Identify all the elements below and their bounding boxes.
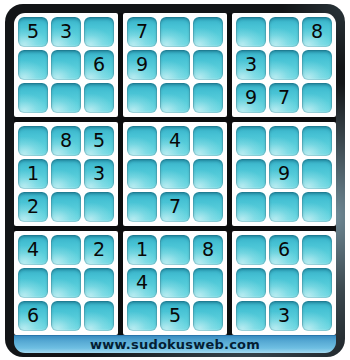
cell-r6c3[interactable] — [84, 192, 114, 222]
cell-r6c1[interactable]: 2 — [18, 192, 48, 222]
cell-r6c7[interactable] — [236, 192, 266, 222]
cell-r2c8[interactable] — [269, 50, 299, 80]
cell-r3c2[interactable] — [51, 83, 81, 113]
page: 53679839785132479426184563 www.sudokuswe… — [0, 0, 350, 360]
cell-r6c4[interactable] — [127, 192, 157, 222]
cell-r8c5[interactable] — [160, 268, 190, 298]
cell-r7c9[interactable] — [302, 235, 332, 265]
cell-r9c2[interactable] — [51, 301, 81, 331]
cell-r1c9[interactable]: 8 — [302, 17, 332, 47]
cell-r3c9[interactable] — [302, 83, 332, 113]
box-2-1: 85132 — [14, 122, 118, 226]
cell-r8c4[interactable]: 4 — [127, 268, 157, 298]
footer-url-link[interactable]: www.sudokusweb.com — [90, 337, 260, 352]
cell-r9c4[interactable] — [127, 301, 157, 331]
cell-r6c6[interactable] — [193, 192, 223, 222]
cell-r5c6[interactable] — [193, 159, 223, 189]
cell-r2c2[interactable] — [51, 50, 81, 80]
given-digit: 1 — [136, 240, 148, 259]
cell-r7c8[interactable]: 6 — [269, 235, 299, 265]
cell-r1c7[interactable] — [236, 17, 266, 47]
cell-r9c5[interactable]: 5 — [160, 301, 190, 331]
cell-r9c9[interactable] — [302, 301, 332, 331]
cell-r8c1[interactable] — [18, 268, 48, 298]
cell-r4c1[interactable] — [18, 126, 48, 156]
cell-r1c2[interactable]: 3 — [51, 17, 81, 47]
cell-r8c7[interactable] — [236, 268, 266, 298]
cell-r2c5[interactable] — [160, 50, 190, 80]
cell-r3c1[interactable] — [18, 83, 48, 113]
cell-r4c6[interactable] — [193, 126, 223, 156]
cell-r7c6[interactable]: 8 — [193, 235, 223, 265]
cell-r1c4[interactable]: 7 — [127, 17, 157, 47]
cell-r5c8[interactable]: 9 — [269, 159, 299, 189]
given-digit: 2 — [27, 197, 39, 216]
cell-r8c9[interactable] — [302, 268, 332, 298]
given-digit: 3 — [93, 164, 105, 183]
cell-r5c3[interactable]: 3 — [84, 159, 114, 189]
cell-r2c7[interactable]: 3 — [236, 50, 266, 80]
cell-r9c8[interactable]: 3 — [269, 301, 299, 331]
box-3-2: 1845 — [123, 231, 227, 335]
cell-r4c5[interactable]: 4 — [160, 126, 190, 156]
cell-r7c3[interactable]: 2 — [84, 235, 114, 265]
cell-r6c9[interactable] — [302, 192, 332, 222]
cell-r9c7[interactable] — [236, 301, 266, 331]
board-grid: 53679839785132479426184563 — [14, 13, 336, 335]
cell-r7c5[interactable] — [160, 235, 190, 265]
given-digit: 6 — [278, 240, 290, 259]
cell-r6c5[interactable]: 7 — [160, 192, 190, 222]
given-digit: 9 — [245, 88, 257, 107]
box-2-2: 47 — [123, 122, 227, 226]
given-digit: 3 — [60, 22, 72, 41]
cell-r1c1[interactable]: 5 — [18, 17, 48, 47]
cell-r4c8[interactable] — [269, 126, 299, 156]
cell-r4c4[interactable] — [127, 126, 157, 156]
footer-bar: www.sudokusweb.com — [14, 335, 336, 353]
cell-r4c9[interactable] — [302, 126, 332, 156]
cell-r2c3[interactable]: 6 — [84, 50, 114, 80]
box-1-1: 536 — [14, 13, 118, 117]
cell-r2c9[interactable] — [302, 50, 332, 80]
cell-r5c9[interactable] — [302, 159, 332, 189]
cell-r5c7[interactable] — [236, 159, 266, 189]
cell-r8c3[interactable] — [84, 268, 114, 298]
cell-r3c7[interactable]: 9 — [236, 83, 266, 113]
cell-r1c8[interactable] — [269, 17, 299, 47]
cell-r1c5[interactable] — [160, 17, 190, 47]
given-digit: 2 — [93, 240, 105, 259]
cell-r1c6[interactable] — [193, 17, 223, 47]
box-1-3: 8397 — [232, 13, 336, 117]
given-digit: 4 — [136, 273, 148, 292]
cell-r3c3[interactable] — [84, 83, 114, 113]
given-digit: 3 — [278, 306, 290, 325]
cell-r5c2[interactable] — [51, 159, 81, 189]
given-digit: 5 — [93, 131, 105, 150]
cell-r4c3[interactable]: 5 — [84, 126, 114, 156]
cell-r7c4[interactable]: 1 — [127, 235, 157, 265]
cell-r3c5[interactable] — [160, 83, 190, 113]
cell-r9c1[interactable]: 6 — [18, 301, 48, 331]
given-digit: 7 — [278, 88, 290, 107]
cell-r3c8[interactable]: 7 — [269, 83, 299, 113]
cell-r6c2[interactable] — [51, 192, 81, 222]
given-digit: 7 — [136, 22, 148, 41]
given-digit: 9 — [278, 164, 290, 183]
cell-r4c7[interactable] — [236, 126, 266, 156]
cell-r6c8[interactable] — [269, 192, 299, 222]
cell-r7c7[interactable] — [236, 235, 266, 265]
sudoku-board: 53679839785132479426184563 www.sudokuswe… — [14, 13, 336, 353]
cell-r2c6[interactable] — [193, 50, 223, 80]
cell-r8c6[interactable] — [193, 268, 223, 298]
cell-r8c8[interactable] — [269, 268, 299, 298]
cell-r4c2[interactable]: 8 — [51, 126, 81, 156]
given-digit: 4 — [169, 131, 181, 150]
given-digit: 4 — [27, 240, 39, 259]
given-digit: 3 — [245, 55, 257, 74]
cell-r3c6[interactable] — [193, 83, 223, 113]
given-digit: 9 — [136, 55, 148, 74]
cell-r7c2[interactable] — [51, 235, 81, 265]
given-digit: 5 — [27, 22, 39, 41]
cell-r8c2[interactable] — [51, 268, 81, 298]
given-digit: 5 — [169, 306, 181, 325]
given-digit: 8 — [311, 22, 323, 41]
given-digit: 8 — [202, 240, 214, 259]
box-2-3: 9 — [232, 122, 336, 226]
cell-r1c3[interactable] — [84, 17, 114, 47]
box-3-1: 426 — [14, 231, 118, 335]
cell-r9c6[interactable] — [193, 301, 223, 331]
cell-r5c4[interactable] — [127, 159, 157, 189]
given-digit: 6 — [27, 306, 39, 325]
box-1-2: 79 — [123, 13, 227, 117]
given-digit: 1 — [27, 164, 39, 183]
given-digit: 8 — [60, 131, 72, 150]
box-3-3: 63 — [232, 231, 336, 335]
cell-r9c3[interactable] — [84, 301, 114, 331]
cell-r5c5[interactable] — [160, 159, 190, 189]
cell-r2c1[interactable] — [18, 50, 48, 80]
cell-r7c1[interactable]: 4 — [18, 235, 48, 265]
cell-r5c1[interactable]: 1 — [18, 159, 48, 189]
given-digit: 7 — [169, 197, 181, 216]
cell-r3c4[interactable] — [127, 83, 157, 113]
given-digit: 6 — [93, 55, 105, 74]
cell-r2c4[interactable]: 9 — [127, 50, 157, 80]
sudoku-board-frame: 53679839785132479426184563 www.sudokuswe… — [5, 4, 345, 357]
